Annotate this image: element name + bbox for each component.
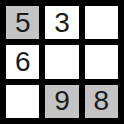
grid-cell-r1c2[interactable] <box>85 45 118 78</box>
grid-cell-r2c2[interactable]: 8 <box>85 85 118 118</box>
grid-cell-r0c1[interactable]: 3 <box>45 6 78 39</box>
grid-cell-r1c1[interactable] <box>45 45 78 78</box>
grid-cell-r1c0[interactable]: 6 <box>6 45 39 78</box>
grid-cell-r0c0[interactable]: 5 <box>6 6 39 39</box>
sudoku-board: 53698 <box>0 0 124 124</box>
grid-cell-r2c0[interactable] <box>6 85 39 118</box>
grid-cell-r2c1[interactable]: 9 <box>45 85 78 118</box>
grid-cell-r0c2[interactable] <box>85 6 118 39</box>
